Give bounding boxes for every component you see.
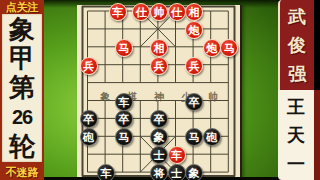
piece-black-horse-1[interactable]: 马	[115, 128, 133, 146]
xiangqi-board: 象 棋 神 少 帅 车仕帅仕相炮马相炮马兵兵兵车车卒卒卒卒砲马象马砲士车将士象	[77, 5, 242, 178]
banner-round-number: 26	[12, 104, 32, 131]
river-watermark: 帅	[208, 90, 218, 104]
banner-char: 轮	[9, 133, 35, 160]
piece-black-pawn-1[interactable]: 卒	[185, 93, 203, 111]
banner-bottom-text: 不迷路	[0, 164, 44, 180]
piece-red-pawn-3[interactable]: 兵	[185, 57, 203, 75]
piece-red-elephant-1[interactable]: 相	[185, 3, 203, 21]
piece-black-chariot-1[interactable]: 车	[115, 93, 133, 111]
player-black-name: 王 天 一	[278, 90, 320, 180]
event-banner: 点关注 象 甲 第 26 轮 不迷路	[0, 0, 44, 180]
banner-char: 甲	[9, 45, 35, 72]
piece-red-king[interactable]: 帅	[150, 3, 168, 21]
banner-char: 象	[9, 16, 35, 43]
piece-red-chariot-2[interactable]: 车	[168, 146, 186, 164]
piece-red-pawn-1[interactable]: 兵	[80, 57, 98, 75]
piece-red-elephant-2[interactable]: 相	[150, 39, 168, 57]
piece-red-cannon-1[interactable]: 炮	[185, 21, 203, 39]
piece-black-chariot-2[interactable]: 车	[97, 164, 115, 180]
piece-red-chariot-1[interactable]: 车	[109, 3, 127, 21]
piece-black-cannon-1[interactable]: 砲	[80, 128, 98, 146]
player-red-name: 武 俊 强	[278, 0, 320, 90]
piece-red-horse-1[interactable]: 马	[115, 39, 133, 57]
piece-black-elephant-2[interactable]: 象	[185, 164, 203, 180]
piece-black-advisor-1[interactable]: 士	[150, 146, 168, 164]
piece-red-cannon-2[interactable]: 炮	[203, 39, 221, 57]
piece-black-advisor-2[interactable]: 士	[168, 164, 186, 180]
video-background: 象 棋 神 少 帅 车仕帅仕相炮马相炮马兵兵兵车车卒卒卒卒砲马象马砲士车将士象	[44, 0, 278, 180]
player-panels: 武 俊 强 王 天 一	[278, 0, 320, 180]
piece-red-advisor-2[interactable]: 仕	[168, 3, 186, 21]
banner-char: 第	[9, 74, 35, 101]
river-watermark: 神	[154, 90, 164, 104]
piece-black-pawn-2[interactable]: 卒	[80, 110, 98, 128]
banner-title-vertical: 象 甲 第 26 轮	[2, 14, 42, 162]
river-watermark: 象	[100, 90, 110, 104]
piece-black-pawn-3[interactable]: 卒	[115, 110, 133, 128]
banner-top-text: 点关注	[0, 0, 44, 14]
piece-black-cannon-2[interactable]: 砲	[203, 128, 221, 146]
piece-red-horse-2[interactable]: 马	[220, 39, 238, 57]
piece-red-pawn-2[interactable]: 兵	[150, 57, 168, 75]
piece-black-king[interactable]: 将	[150, 164, 168, 180]
